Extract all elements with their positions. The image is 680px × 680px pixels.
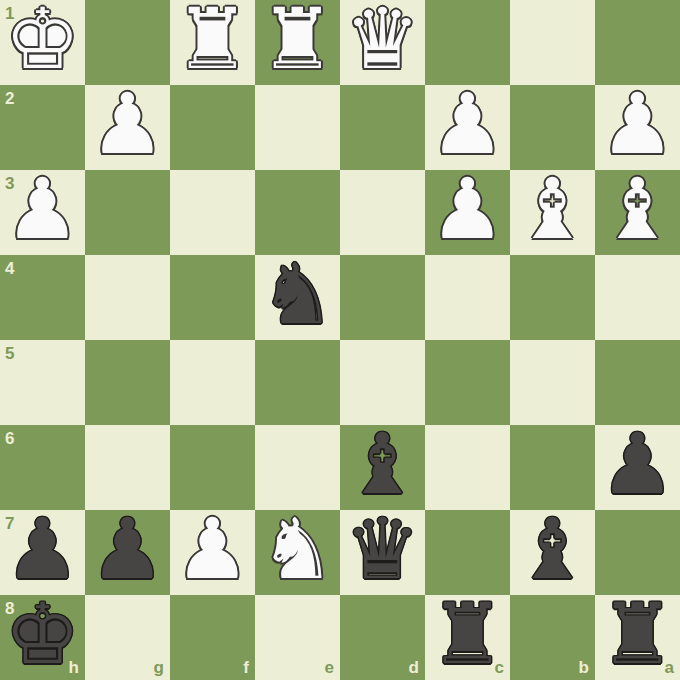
file-label-h: h <box>69 659 79 676</box>
square-d2[interactable] <box>340 85 425 170</box>
square-h2[interactable]: 2 <box>0 85 85 170</box>
square-c6[interactable] <box>425 425 510 510</box>
square-a1[interactable] <box>595 0 680 85</box>
square-h1[interactable]: 1♚ <box>0 0 85 85</box>
square-b5[interactable] <box>510 340 595 425</box>
white-pawn-c3[interactable]: ♟ <box>430 167 505 252</box>
black-pawn-h7[interactable]: ♟ <box>5 507 80 592</box>
square-c5[interactable] <box>425 340 510 425</box>
white-pawn-a2[interactable]: ♟ <box>600 82 675 167</box>
square-f3[interactable] <box>170 170 255 255</box>
square-d4[interactable] <box>340 255 425 340</box>
square-f6[interactable] <box>170 425 255 510</box>
square-a4[interactable] <box>595 255 680 340</box>
square-e5[interactable] <box>255 340 340 425</box>
square-f4[interactable] <box>170 255 255 340</box>
white-pawn-h3[interactable]: ♟ <box>5 167 80 252</box>
file-label-e: e <box>325 659 334 676</box>
square-h8[interactable]: 8h♚ <box>0 595 85 680</box>
square-b7[interactable]: ♝ <box>510 510 595 595</box>
square-c3[interactable]: ♟ <box>425 170 510 255</box>
square-e4[interactable]: ♞ <box>255 255 340 340</box>
file-label-d: d <box>409 659 419 676</box>
square-d7[interactable]: ♛ <box>340 510 425 595</box>
white-bishop-b3[interactable]: ♝ <box>515 167 590 252</box>
square-h5[interactable]: 5 <box>0 340 85 425</box>
square-e2[interactable] <box>255 85 340 170</box>
square-b4[interactable] <box>510 255 595 340</box>
square-f5[interactable] <box>170 340 255 425</box>
square-g3[interactable] <box>85 170 170 255</box>
square-c1[interactable] <box>425 0 510 85</box>
square-a6[interactable]: ♟ <box>595 425 680 510</box>
square-g5[interactable] <box>85 340 170 425</box>
black-bishop-b7[interactable]: ♝ <box>515 507 590 592</box>
rank-label-2: 2 <box>5 90 14 107</box>
square-b2[interactable] <box>510 85 595 170</box>
square-h7[interactable]: 7♟ <box>0 510 85 595</box>
black-pawn-a6[interactable]: ♟ <box>600 422 675 507</box>
white-bishop-a3[interactable]: ♝ <box>600 167 675 252</box>
file-label-c: c <box>495 659 504 676</box>
rank-label-1: 1 <box>5 5 14 22</box>
square-f2[interactable] <box>170 85 255 170</box>
white-knight-e7[interactable]: ♞ <box>260 507 335 592</box>
rank-label-4: 4 <box>5 260 14 277</box>
white-rook-e1[interactable]: ♜ <box>260 0 335 82</box>
rank-label-3: 3 <box>5 175 14 192</box>
white-pawn-g2[interactable]: ♟ <box>90 82 165 167</box>
square-e1[interactable]: ♜ <box>255 0 340 85</box>
square-e8[interactable]: e <box>255 595 340 680</box>
square-g7[interactable]: ♟ <box>85 510 170 595</box>
square-a8[interactable]: a♜ <box>595 595 680 680</box>
white-pawn-c2[interactable]: ♟ <box>430 82 505 167</box>
rank-label-8: 8 <box>5 600 14 617</box>
white-rook-f1[interactable]: ♜ <box>175 0 250 82</box>
square-a7[interactable] <box>595 510 680 595</box>
square-c4[interactable] <box>425 255 510 340</box>
square-f1[interactable]: ♜ <box>170 0 255 85</box>
file-label-a: a <box>665 659 674 676</box>
square-h6[interactable]: 6 <box>0 425 85 510</box>
rank-label-6: 6 <box>5 430 14 447</box>
square-b1[interactable] <box>510 0 595 85</box>
white-king-h1[interactable]: ♚ <box>5 0 80 82</box>
square-h3[interactable]: 3♟ <box>0 170 85 255</box>
square-c7[interactable] <box>425 510 510 595</box>
square-a2[interactable]: ♟ <box>595 85 680 170</box>
square-b6[interactable] <box>510 425 595 510</box>
square-g6[interactable] <box>85 425 170 510</box>
file-label-b: b <box>579 659 589 676</box>
square-d6[interactable]: ♝ <box>340 425 425 510</box>
square-b8[interactable]: b <box>510 595 595 680</box>
square-d3[interactable] <box>340 170 425 255</box>
square-g2[interactable]: ♟ <box>85 85 170 170</box>
square-f8[interactable]: f <box>170 595 255 680</box>
square-d8[interactable]: d <box>340 595 425 680</box>
black-pawn-g7[interactable]: ♟ <box>90 507 165 592</box>
file-label-f: f <box>243 659 249 676</box>
white-queen-d1[interactable]: ♛ <box>345 0 420 82</box>
square-d1[interactable]: ♛ <box>340 0 425 85</box>
file-label-g: g <box>154 659 164 676</box>
square-g8[interactable]: g <box>85 595 170 680</box>
black-knight-e4[interactable]: ♞ <box>260 252 335 337</box>
square-e7[interactable]: ♞ <box>255 510 340 595</box>
rank-label-5: 5 <box>5 345 14 362</box>
chess-board: 1♚♜♜♛2♟♟♟3♟♟♝♝4♞56♝♟7♟♟♟♞♛♝8h♚gfedc♜ba♜ <box>0 0 680 680</box>
black-queen-d7[interactable]: ♛ <box>345 507 420 592</box>
square-b3[interactable]: ♝ <box>510 170 595 255</box>
black-bishop-d6[interactable]: ♝ <box>345 422 420 507</box>
square-c2[interactable]: ♟ <box>425 85 510 170</box>
square-g1[interactable] <box>85 0 170 85</box>
square-a3[interactable]: ♝ <box>595 170 680 255</box>
square-c8[interactable]: c♜ <box>425 595 510 680</box>
square-g4[interactable] <box>85 255 170 340</box>
square-d5[interactable] <box>340 340 425 425</box>
square-f7[interactable]: ♟ <box>170 510 255 595</box>
square-h4[interactable]: 4 <box>0 255 85 340</box>
square-e3[interactable] <box>255 170 340 255</box>
square-a5[interactable] <box>595 340 680 425</box>
white-pawn-f7[interactable]: ♟ <box>175 507 250 592</box>
square-e6[interactable] <box>255 425 340 510</box>
rank-label-7: 7 <box>5 515 14 532</box>
